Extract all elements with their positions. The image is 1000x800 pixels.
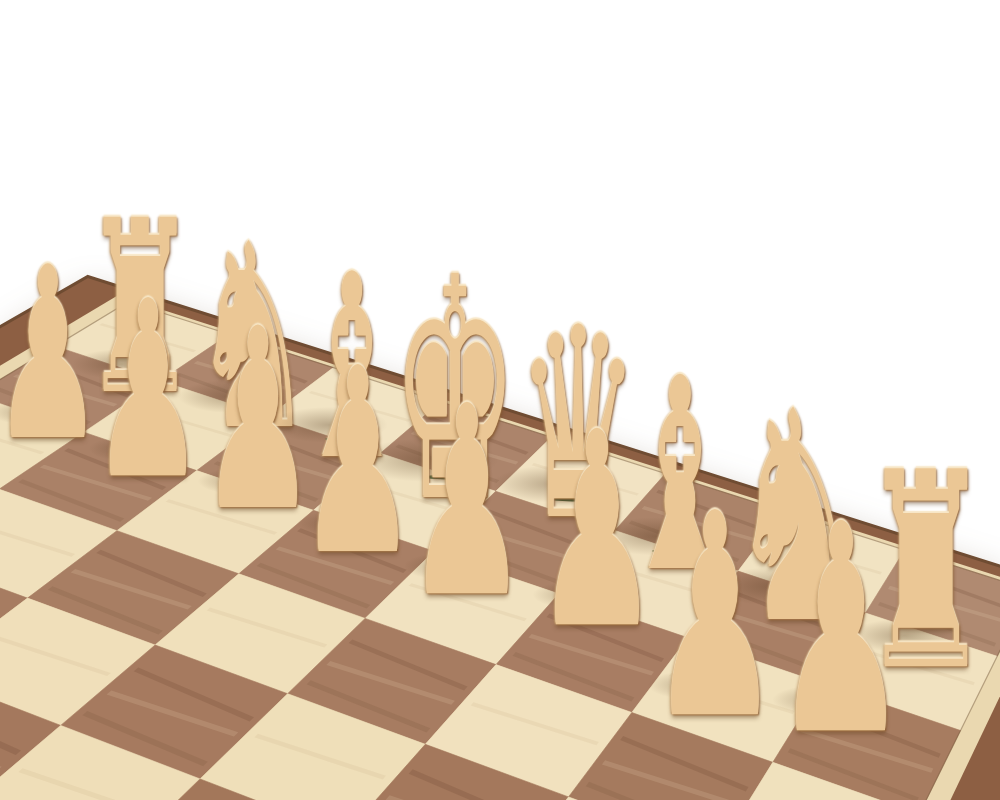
white-pawn-a2: ♟ (774, 487, 908, 775)
white-pawn-d2: ♟ (406, 372, 528, 634)
chess-set-photo: ♜♞♟♝♟♚♟♛♟♝♟♞♟♜♟♟ (0, 0, 1000, 800)
chess-pieces-layer: ♜♞♟♝♟♚♟♛♟♝♟♞♟♜♟♟ (0, 0, 1000, 800)
white-pawn-b2: ♟ (650, 476, 781, 757)
white-pawn-e2: ♟ (298, 334, 417, 590)
white-pawn-c2: ♟ (534, 396, 659, 665)
